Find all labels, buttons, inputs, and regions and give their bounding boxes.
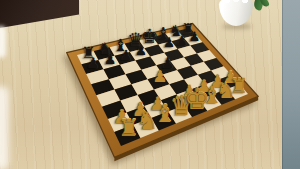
chessboard: [0, 0, 300, 169]
photo-scene: ♜♞♝♛♚♝♞♜♟♟♟♟♟♟♟♟♟♟♟♟♟♟♟♟♜♞♝♛♚♝♞♜: [0, 0, 300, 169]
